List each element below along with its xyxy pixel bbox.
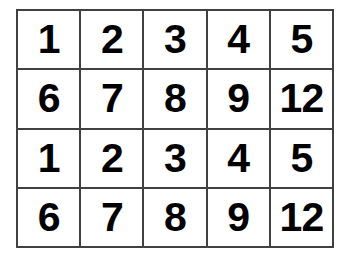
number-card-r2c3: 8 — [144, 70, 205, 127]
number-card-r1c4: 4 — [208, 11, 269, 68]
number-card-r3c5: 5 — [271, 130, 332, 187]
number-card-r3c3: 3 — [144, 130, 205, 187]
number-card-r3c4: 4 — [208, 130, 269, 187]
number-card-r2c5: 12 — [271, 70, 332, 127]
number-card-r2c4: 9 — [208, 70, 269, 127]
number-card-r4c2: 7 — [81, 189, 142, 246]
number-card-r1c1: 1 — [18, 11, 79, 68]
number-card-r1c3: 3 — [144, 11, 205, 68]
number-card-r4c1: 6 — [18, 189, 79, 246]
number-card-r4c3: 8 — [144, 189, 205, 246]
number-card-r1c2: 2 — [81, 11, 142, 68]
number-card-r1c5: 5 — [271, 11, 332, 68]
number-card-r2c2: 7 — [81, 70, 142, 127]
number-card-r4c4: 9 — [208, 189, 269, 246]
printable-sheet: 1234567891212345678912 — [0, 0, 350, 271]
number-card-r2c1: 6 — [18, 70, 79, 127]
number-card-r3c2: 2 — [81, 130, 142, 187]
number-card-grid: 1234567891212345678912 — [16, 9, 334, 248]
number-card-r4c5: 12 — [271, 189, 332, 246]
number-card-r3c1: 1 — [18, 130, 79, 187]
